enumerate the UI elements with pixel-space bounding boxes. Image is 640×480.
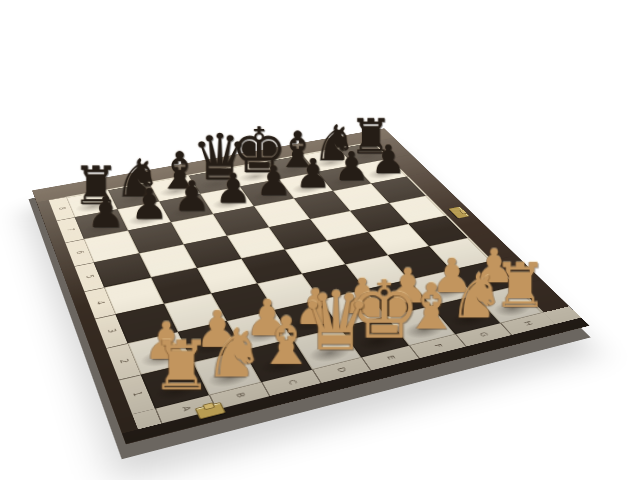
piece-shadow bbox=[288, 180, 328, 196]
rank-label-4: 4 bbox=[84, 287, 115, 318]
piece-shadow bbox=[377, 291, 425, 313]
board-grid: 8♜♞♝♛♚♝♞♜7♟♟♟♟♟♟♟♟65432♟♟♟♟♟♟♟♟1♜♞♝♛♚♝♞♜… bbox=[32, 128, 589, 444]
piece-shadow bbox=[238, 323, 288, 347]
piece-shadow bbox=[188, 334, 238, 359]
rank-label-6: 6 bbox=[65, 239, 93, 266]
product-photo-canvas: 8♜♞♝♛♚♝♞♜7♟♟♟♟♟♟♟♟65432♟♟♟♟♟♟♟♟1♜♞♝♛♚♝♞♜… bbox=[0, 0, 640, 480]
piece-shadow bbox=[285, 312, 334, 336]
chess-board: 8♜♞♝♛♚♝♞♜7♟♟♟♟♟♟♟♟65432♟♟♟♟♟♟♟♟1♜♞♝♛♚♝♞♜… bbox=[32, 128, 589, 444]
piece-shadow bbox=[168, 203, 209, 220]
